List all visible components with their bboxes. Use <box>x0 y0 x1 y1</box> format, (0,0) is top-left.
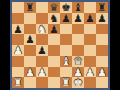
square-b8[interactable]: ♜ <box>24 2 36 13</box>
square-a4[interactable]: ♟ <box>12 45 24 56</box>
piece-black-pawn[interactable]: ♟ <box>97 12 106 23</box>
letterbox-background: ♜♛♚♝♜♞♟♟♟♟♟♞♟♟♟♟♝♛♟♟♟♟♟♜♜♚ <box>0 0 120 90</box>
piece-white-pawn[interactable]: ♟ <box>37 66 46 77</box>
square-g4[interactable] <box>84 45 96 56</box>
piece-black-pawn[interactable]: ♟ <box>13 23 22 34</box>
square-a8[interactable] <box>12 2 24 13</box>
square-f6[interactable] <box>72 24 84 35</box>
square-d1[interactable] <box>48 77 60 88</box>
piece-black-pawn[interactable]: ♟ <box>85 12 94 23</box>
piece-black-pawn[interactable]: ♟ <box>25 34 34 45</box>
square-c8[interactable] <box>36 2 48 13</box>
piece-white-rook[interactable]: ♜ <box>61 77 70 88</box>
piece-white-pawn[interactable]: ♟ <box>97 66 106 77</box>
square-d2[interactable] <box>48 67 60 78</box>
chess-board: ♜♛♚♝♜♞♟♟♟♟♟♞♟♟♟♟♝♛♟♟♟♟♟♜♜♚ <box>12 2 108 88</box>
piece-black-pawn[interactable]: ♟ <box>61 12 70 23</box>
piece-black-pawn[interactable]: ♟ <box>37 45 46 56</box>
square-b2[interactable]: ♟ <box>24 67 36 78</box>
square-f7[interactable]: ♟ <box>72 13 84 24</box>
square-h2[interactable]: ♟ <box>96 67 108 78</box>
square-g7[interactable]: ♟ <box>84 13 96 24</box>
square-d4[interactable] <box>48 45 60 56</box>
square-h1[interactable] <box>96 77 108 88</box>
square-a1[interactable]: ♜ <box>12 77 24 88</box>
square-e5[interactable] <box>60 34 72 45</box>
square-c6[interactable]: ♞ <box>36 24 48 35</box>
piece-black-pawn[interactable]: ♟ <box>49 23 58 34</box>
board-frame: ♜♛♚♝♜♞♟♟♟♟♟♞♟♟♟♟♝♛♟♟♟♟♟♜♜♚ <box>10 0 110 90</box>
square-d5[interactable] <box>48 34 60 45</box>
square-e7[interactable]: ♟ <box>60 13 72 24</box>
square-a3[interactable] <box>12 56 24 67</box>
square-b7[interactable] <box>24 13 36 24</box>
piece-white-pawn[interactable]: ♟ <box>13 45 22 56</box>
piece-white-king[interactable]: ♚ <box>73 77 82 88</box>
square-c2[interactable]: ♟ <box>36 67 48 78</box>
square-h7[interactable]: ♟ <box>96 13 108 24</box>
piece-white-knight[interactable]: ♞ <box>37 23 46 34</box>
square-b5[interactable]: ♟ <box>24 34 36 45</box>
piece-black-rook[interactable]: ♜ <box>25 2 34 13</box>
square-f1[interactable]: ♚ <box>72 77 84 88</box>
square-a6[interactable]: ♟ <box>12 24 24 35</box>
square-h6[interactable] <box>96 24 108 35</box>
square-e6[interactable] <box>60 24 72 35</box>
square-g5[interactable] <box>84 34 96 45</box>
square-c4[interactable]: ♟ <box>36 45 48 56</box>
piece-white-pawn[interactable]: ♟ <box>25 66 34 77</box>
square-g6[interactable] <box>84 24 96 35</box>
square-e3[interactable]: ♝ <box>60 56 72 67</box>
square-g1[interactable] <box>84 77 96 88</box>
square-h4[interactable] <box>96 45 108 56</box>
square-b1[interactable] <box>24 77 36 88</box>
square-e1[interactable]: ♜ <box>60 77 72 88</box>
piece-white-bishop[interactable]: ♝ <box>61 55 70 66</box>
square-g2[interactable]: ♟ <box>84 67 96 78</box>
square-c1[interactable] <box>36 77 48 88</box>
square-h5[interactable] <box>96 34 108 45</box>
square-d3[interactable] <box>48 56 60 67</box>
piece-white-rook[interactable]: ♜ <box>13 77 22 88</box>
square-f5[interactable] <box>72 34 84 45</box>
piece-black-pawn[interactable]: ♟ <box>73 12 82 23</box>
square-d6[interactable]: ♟ <box>48 24 60 35</box>
square-b4[interactable] <box>24 45 36 56</box>
piece-white-pawn[interactable]: ♟ <box>85 66 94 77</box>
